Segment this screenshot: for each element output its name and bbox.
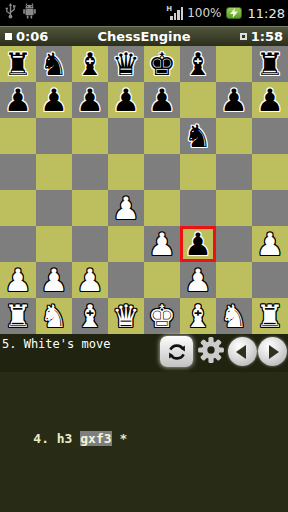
title-bar: 0:06 ChessEngine 1:58 xyxy=(0,26,288,46)
square-a4[interactable] xyxy=(0,190,36,226)
black-clock-time: 1:58 xyxy=(251,29,283,44)
black-pawn: ♟ xyxy=(0,82,36,119)
app-title: ChessEngine xyxy=(97,29,190,44)
white-pawn: ♟ xyxy=(180,262,216,299)
white-pawn: ♟ xyxy=(108,190,144,227)
square-e7[interactable]: ♟ xyxy=(144,82,180,118)
controls-bar: 5. White's move xyxy=(0,334,288,372)
square-g3[interactable] xyxy=(216,226,252,262)
square-f2[interactable]: ♟ xyxy=(180,262,216,298)
square-a6[interactable] xyxy=(0,118,36,154)
black-rook: ♜ xyxy=(252,46,288,83)
square-f6[interactable]: ♞ xyxy=(180,118,216,154)
square-e3[interactable]: ♟ xyxy=(144,226,180,262)
usb-icon xyxy=(5,3,16,23)
square-b1[interactable]: ♞ xyxy=(36,298,72,334)
square-a7[interactable]: ♟ xyxy=(0,82,36,118)
white-square-icon xyxy=(5,33,12,40)
back-button[interactable] xyxy=(228,337,257,366)
android-icon xyxy=(22,3,37,23)
square-d5[interactable] xyxy=(108,154,144,190)
refresh-icon xyxy=(160,336,193,367)
square-c4[interactable] xyxy=(72,190,108,226)
square-d3[interactable] xyxy=(108,226,144,262)
square-b7[interactable]: ♟ xyxy=(36,82,72,118)
square-f8[interactable]: ♝ xyxy=(180,46,216,82)
white-bishop: ♝ xyxy=(72,298,108,335)
white-knight: ♞ xyxy=(36,298,72,335)
square-b5[interactable] xyxy=(36,154,72,190)
white-clock: 0:06 xyxy=(5,29,48,44)
square-f5[interactable] xyxy=(180,154,216,190)
black-knight: ♞ xyxy=(180,118,216,155)
square-h5[interactable] xyxy=(252,154,288,190)
white-pawn: ♟ xyxy=(144,226,180,263)
arrow-right-icon xyxy=(258,337,287,366)
chess-board[interactable]: ♜♞♝♛♚♝♜♟♟♟♟♟♟♟♞♟♟♟♟♟♟♟♟♜♞♝♛♚♝♞♜ xyxy=(0,46,288,334)
square-g4[interactable] xyxy=(216,190,252,226)
black-queen: ♛ xyxy=(108,46,144,83)
square-b4[interactable] xyxy=(36,190,72,226)
status-clock: 11:28 xyxy=(248,6,285,21)
square-g8[interactable] xyxy=(216,46,252,82)
square-f7[interactable] xyxy=(180,82,216,118)
status-bar-right: H 100% 11:28 xyxy=(166,6,285,21)
battery-charging-icon xyxy=(226,7,242,19)
square-h4[interactable] xyxy=(252,190,288,226)
white-knight: ♞ xyxy=(216,298,252,335)
black-pawn: ♟ xyxy=(252,82,288,119)
white-bishop: ♝ xyxy=(180,298,216,335)
black-pawn: ♟ xyxy=(108,82,144,119)
move-status-text: 5. White's move xyxy=(2,337,110,351)
square-h1[interactable]: ♜ xyxy=(252,298,288,334)
square-d1[interactable]: ♛ xyxy=(108,298,144,334)
square-h8[interactable]: ♜ xyxy=(252,46,288,82)
status-bar: H 100% 11:28 xyxy=(0,0,288,26)
move-list: 4. h3 gxf3 * xyxy=(0,372,288,512)
square-e8[interactable]: ♚ xyxy=(144,46,180,82)
battery-percent: 100% xyxy=(187,6,221,20)
square-c3[interactable] xyxy=(72,226,108,262)
square-d6[interactable] xyxy=(108,118,144,154)
square-d7[interactable]: ♟ xyxy=(108,82,144,118)
square-d8[interactable]: ♛ xyxy=(108,46,144,82)
square-a5[interactable] xyxy=(0,154,36,190)
square-a1[interactable]: ♜ xyxy=(0,298,36,334)
square-f4[interactable] xyxy=(180,190,216,226)
white-rook: ♜ xyxy=(252,298,288,335)
square-e5[interactable] xyxy=(144,154,180,190)
square-c2[interactable]: ♟ xyxy=(72,262,108,298)
white-queen: ♛ xyxy=(108,298,144,335)
black-pawn: ♟ xyxy=(72,82,108,119)
screen: H 100% 11:28 0:06 ChessEngine 1:58 xyxy=(0,0,288,512)
square-f3[interactable]: ♟ xyxy=(180,226,216,262)
status-bar-left xyxy=(3,3,37,23)
white-rook: ♜ xyxy=(0,298,36,335)
current-move[interactable]: gxf3 xyxy=(80,431,111,446)
square-e2[interactable] xyxy=(144,262,180,298)
black-bishop: ♝ xyxy=(180,46,216,83)
white-king: ♚ xyxy=(144,298,180,335)
white-pawn: ♟ xyxy=(72,262,108,299)
square-e4[interactable] xyxy=(144,190,180,226)
settings-button[interactable] xyxy=(194,336,227,367)
white-pawn: ♟ xyxy=(252,226,288,263)
black-bishop: ♝ xyxy=(72,46,108,83)
move-list-prefix[interactable]: 4. h3 xyxy=(33,431,80,446)
black-pawn: ♟ xyxy=(36,82,72,119)
refresh-button[interactable] xyxy=(160,336,193,367)
control-buttons xyxy=(160,336,287,367)
black-king: ♚ xyxy=(144,46,180,83)
square-h3[interactable]: ♟ xyxy=(252,226,288,262)
black-knight: ♞ xyxy=(36,46,72,83)
square-c1[interactable]: ♝ xyxy=(72,298,108,334)
square-a8[interactable]: ♜ xyxy=(0,46,36,82)
square-a3[interactable] xyxy=(0,226,36,262)
black-pawn: ♟ xyxy=(144,82,180,119)
move-list-suffix: * xyxy=(112,431,128,446)
square-h6[interactable] xyxy=(252,118,288,154)
black-clock: 1:58 xyxy=(240,29,283,44)
square-c7[interactable]: ♟ xyxy=(72,82,108,118)
black-rook: ♜ xyxy=(0,46,36,83)
square-d2[interactable] xyxy=(108,262,144,298)
arrow-left-icon xyxy=(228,337,257,366)
square-a2[interactable]: ♟ xyxy=(0,262,36,298)
square-f1[interactable]: ♝ xyxy=(180,298,216,334)
square-b8[interactable]: ♞ xyxy=(36,46,72,82)
white-pawn: ♟ xyxy=(36,262,72,299)
square-e1[interactable]: ♚ xyxy=(144,298,180,334)
forward-button[interactable] xyxy=(258,337,287,366)
square-c5[interactable] xyxy=(72,154,108,190)
black-square-icon xyxy=(240,33,247,40)
square-c8[interactable]: ♝ xyxy=(72,46,108,82)
square-c6[interactable] xyxy=(72,118,108,154)
black-pawn: ♟ xyxy=(216,82,252,119)
white-pawn: ♟ xyxy=(0,262,36,299)
square-g5[interactable] xyxy=(216,154,252,190)
square-b6[interactable] xyxy=(36,118,72,154)
white-clock-time: 0:06 xyxy=(16,29,48,44)
square-h7[interactable]: ♟ xyxy=(252,82,288,118)
square-g6[interactable] xyxy=(216,118,252,154)
square-g1[interactable]: ♞ xyxy=(216,298,252,334)
square-b3[interactable] xyxy=(36,226,72,262)
gear-icon xyxy=(197,336,225,367)
square-g7[interactable]: ♟ xyxy=(216,82,252,118)
square-e6[interactable] xyxy=(144,118,180,154)
black-pawn: ♟ xyxy=(180,226,216,263)
square-g2[interactable] xyxy=(216,262,252,298)
signal-icon: H xyxy=(166,6,183,21)
square-h2[interactable] xyxy=(252,262,288,298)
square-d4[interactable]: ♟ xyxy=(108,190,144,226)
square-b2[interactable]: ♟ xyxy=(36,262,72,298)
